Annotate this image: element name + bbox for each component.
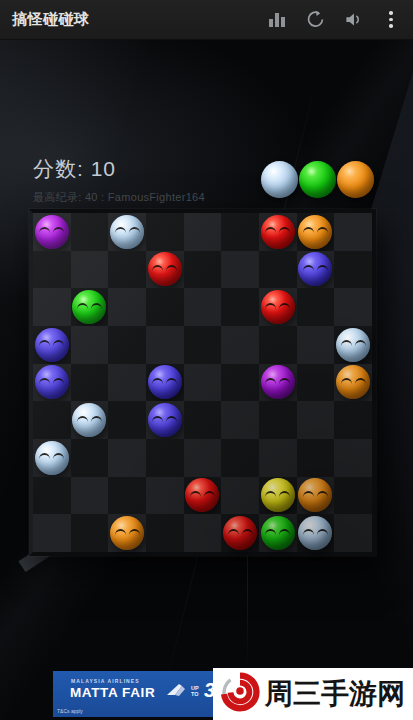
cell-r7c7[interactable] bbox=[297, 477, 335, 515]
score-label: 分数: bbox=[33, 157, 84, 180]
cell-r6c0[interactable] bbox=[33, 439, 71, 477]
purple-ball[interactable] bbox=[261, 365, 295, 399]
closed-eyes bbox=[261, 303, 295, 309]
cell-r4c0[interactable] bbox=[33, 364, 71, 402]
ad-terms-text: T&Cs apply bbox=[57, 708, 83, 714]
cell-r1c7[interactable] bbox=[297, 251, 335, 289]
blue-ball[interactable] bbox=[148, 365, 182, 399]
cell-r4c3[interactable] bbox=[146, 364, 184, 402]
cell-r5c3[interactable] bbox=[146, 401, 184, 439]
cell-r8c8[interactable] bbox=[334, 514, 372, 552]
cell-r3c4[interactable] bbox=[184, 326, 222, 364]
score-hud: 分数: 10 最高纪录: 40 : FamousFighter164 bbox=[33, 155, 205, 205]
cell-r0c6[interactable] bbox=[259, 213, 297, 251]
cell-r6c5[interactable] bbox=[221, 439, 259, 477]
watermark-site-name: 周三手游网 bbox=[265, 675, 405, 713]
red-ball[interactable] bbox=[185, 478, 219, 512]
ad-airline-text: MALAYSIA AIRLINES bbox=[71, 678, 140, 684]
cell-r1c4[interactable] bbox=[184, 251, 222, 289]
cell-r6c3[interactable] bbox=[146, 439, 184, 477]
cell-r2c5[interactable] bbox=[221, 288, 259, 326]
closed-eyes bbox=[148, 416, 182, 422]
app-bar: 搞怪碰碰球 bbox=[0, 0, 413, 40]
cell-r0c4[interactable] bbox=[184, 213, 222, 251]
cell-r1c0[interactable] bbox=[33, 251, 71, 289]
closed-eyes bbox=[35, 340, 69, 346]
cell-r6c2[interactable] bbox=[108, 439, 146, 477]
closed-eyes bbox=[72, 416, 106, 422]
cell-r0c0[interactable] bbox=[33, 213, 71, 251]
cell-r3c7[interactable] bbox=[297, 326, 335, 364]
board-grid bbox=[33, 213, 372, 552]
cell-r8c3[interactable] bbox=[146, 514, 184, 552]
cell-r7c0[interactable] bbox=[33, 477, 71, 515]
cell-r1c1[interactable] bbox=[71, 251, 109, 289]
background-vertical-line bbox=[247, 552, 248, 668]
closed-eyes bbox=[261, 227, 295, 233]
blue-ball[interactable] bbox=[35, 365, 69, 399]
red-ball[interactable] bbox=[261, 290, 295, 324]
cell-r5c8[interactable] bbox=[334, 401, 372, 439]
ad-banner[interactable]: MALAYSIA AIRLINES MATTA FAIR UP TO 30 T&… bbox=[53, 671, 214, 717]
spiral-logo-icon bbox=[219, 671, 261, 717]
cell-r6c7[interactable] bbox=[297, 439, 335, 477]
closed-eyes bbox=[261, 491, 295, 497]
closed-eyes bbox=[261, 378, 295, 384]
orange-ball[interactable] bbox=[298, 215, 332, 249]
cell-r0c3[interactable] bbox=[146, 213, 184, 251]
cell-r2c8[interactable] bbox=[334, 288, 372, 326]
cell-r6c8[interactable] bbox=[334, 439, 372, 477]
cell-r3c0[interactable] bbox=[33, 326, 71, 364]
closed-eyes bbox=[298, 529, 332, 535]
cell-r4c1[interactable] bbox=[71, 364, 109, 402]
cell-r5c7[interactable] bbox=[297, 401, 335, 439]
cell-r5c4[interactable] bbox=[184, 401, 222, 439]
purple-ball[interactable] bbox=[35, 215, 69, 249]
cell-r8c1[interactable] bbox=[71, 514, 109, 552]
cell-r1c2[interactable] bbox=[108, 251, 146, 289]
closed-eyes bbox=[148, 378, 182, 384]
three-dots-glyph bbox=[389, 11, 393, 28]
cell-r1c8[interactable] bbox=[334, 251, 372, 289]
closed-eyes bbox=[336, 378, 370, 384]
next-orange-ball bbox=[337, 161, 374, 198]
cell-r3c5[interactable] bbox=[221, 326, 259, 364]
overflow-menu-icon[interactable] bbox=[379, 8, 403, 32]
cell-r3c8[interactable] bbox=[334, 326, 372, 364]
closed-eyes bbox=[110, 227, 144, 233]
lightblue-ball[interactable] bbox=[72, 403, 106, 437]
cell-r7c5[interactable] bbox=[221, 477, 259, 515]
cell-r1c3[interactable] bbox=[146, 251, 184, 289]
cell-r3c1[interactable] bbox=[71, 326, 109, 364]
cell-r0c5[interactable] bbox=[221, 213, 259, 251]
ad-upto-text: UP TO bbox=[191, 685, 199, 697]
orange-ball[interactable] bbox=[336, 365, 370, 399]
volume-icon[interactable] bbox=[341, 8, 365, 32]
cell-r0c7[interactable] bbox=[297, 213, 335, 251]
cell-r3c6[interactable] bbox=[259, 326, 297, 364]
high-score-text: 最高纪录: 40 : FamousFighter164 bbox=[33, 190, 205, 205]
red-ball[interactable] bbox=[261, 215, 295, 249]
green-ball[interactable] bbox=[72, 290, 106, 324]
cell-r0c1[interactable] bbox=[71, 213, 109, 251]
closed-eyes bbox=[35, 227, 69, 233]
cell-r4c6[interactable] bbox=[259, 364, 297, 402]
cell-r5c2[interactable] bbox=[108, 401, 146, 439]
closed-eyes bbox=[148, 265, 182, 271]
refresh-glyph bbox=[306, 10, 325, 29]
closed-eyes bbox=[110, 529, 144, 535]
ad-title-text: MATTA FAIR bbox=[70, 685, 155, 700]
restart-icon[interactable] bbox=[303, 8, 327, 32]
cell-r5c5[interactable] bbox=[221, 401, 259, 439]
closed-eyes bbox=[336, 340, 370, 346]
cell-r8c0[interactable] bbox=[33, 514, 71, 552]
cell-r3c3[interactable] bbox=[146, 326, 184, 364]
cell-r5c1[interactable] bbox=[71, 401, 109, 439]
cell-r2c2[interactable] bbox=[108, 288, 146, 326]
cell-r7c1[interactable] bbox=[71, 477, 109, 515]
closed-eyes bbox=[298, 265, 332, 271]
cell-r8c2[interactable] bbox=[108, 514, 146, 552]
cell-r8c4[interactable] bbox=[184, 514, 222, 552]
cell-r3c2[interactable] bbox=[108, 326, 146, 364]
cell-r2c0[interactable] bbox=[33, 288, 71, 326]
cell-r2c4[interactable] bbox=[184, 288, 222, 326]
closed-eyes bbox=[298, 491, 332, 497]
closed-eyes bbox=[185, 491, 219, 497]
blue-ball[interactable] bbox=[148, 403, 182, 437]
bar-chart-glyph bbox=[269, 13, 285, 27]
cell-r8c5[interactable] bbox=[221, 514, 259, 552]
lightblue-ball[interactable] bbox=[110, 215, 144, 249]
game-board bbox=[29, 209, 376, 556]
next-lightblue-ball bbox=[261, 161, 298, 198]
cell-r7c4[interactable] bbox=[184, 477, 222, 515]
blue-ball[interactable] bbox=[298, 252, 332, 286]
cell-r4c7[interactable] bbox=[297, 364, 335, 402]
speaker-glyph bbox=[344, 10, 363, 29]
airline-logo-icon bbox=[165, 682, 187, 702]
score-text: 分数: 10 bbox=[33, 155, 205, 183]
cell-r2c6[interactable] bbox=[259, 288, 297, 326]
app-bar-icons bbox=[265, 8, 413, 32]
red-ball[interactable] bbox=[148, 252, 182, 286]
cell-r2c7[interactable] bbox=[297, 288, 335, 326]
cell-r4c8[interactable] bbox=[334, 364, 372, 402]
yellow-ball[interactable] bbox=[261, 478, 295, 512]
next-green-ball bbox=[299, 161, 336, 198]
cell-r2c1[interactable] bbox=[71, 288, 109, 326]
cell-r0c8[interactable] bbox=[334, 213, 372, 251]
orange-ball[interactable] bbox=[298, 478, 332, 512]
app-title: 搞怪碰碰球 bbox=[0, 10, 90, 29]
score-value: 10 bbox=[91, 157, 116, 180]
cell-r6c4[interactable] bbox=[184, 439, 222, 477]
green-ball[interactable] bbox=[261, 516, 295, 550]
orange-ball[interactable] bbox=[110, 516, 144, 550]
cell-r8c7[interactable] bbox=[297, 514, 335, 552]
closed-eyes bbox=[35, 453, 69, 459]
cell-r1c6[interactable] bbox=[259, 251, 297, 289]
cell-r4c4[interactable] bbox=[184, 364, 222, 402]
closed-eyes bbox=[261, 529, 295, 535]
next-balls-preview bbox=[261, 161, 374, 198]
cell-r6c1[interactable] bbox=[71, 439, 109, 477]
stats-bar-chart-icon[interactable] bbox=[265, 8, 289, 32]
cell-r5c0[interactable] bbox=[33, 401, 71, 439]
lightblue-ball[interactable] bbox=[298, 516, 332, 550]
closed-eyes bbox=[72, 303, 106, 309]
cell-r6c6[interactable] bbox=[259, 439, 297, 477]
cell-r7c3[interactable] bbox=[146, 477, 184, 515]
cell-r0c2[interactable] bbox=[108, 213, 146, 251]
blue-ball[interactable] bbox=[35, 328, 69, 362]
watermark-bar[interactable]: 周三手游网 bbox=[213, 668, 413, 720]
closed-eyes bbox=[223, 529, 257, 535]
cell-r7c6[interactable] bbox=[259, 477, 297, 515]
cell-r7c2[interactable] bbox=[108, 477, 146, 515]
closed-eyes bbox=[298, 227, 332, 233]
cell-r8c6[interactable] bbox=[259, 514, 297, 552]
red-ball[interactable] bbox=[223, 516, 257, 550]
cell-r4c2[interactable] bbox=[108, 364, 146, 402]
cell-r7c8[interactable] bbox=[334, 477, 372, 515]
lightblue-ball[interactable] bbox=[336, 328, 370, 362]
cell-r5c6[interactable] bbox=[259, 401, 297, 439]
lightblue-ball[interactable] bbox=[35, 441, 69, 475]
cell-r4c5[interactable] bbox=[221, 364, 259, 402]
cell-r1c5[interactable] bbox=[221, 251, 259, 289]
cell-r2c3[interactable] bbox=[146, 288, 184, 326]
closed-eyes bbox=[35, 378, 69, 384]
